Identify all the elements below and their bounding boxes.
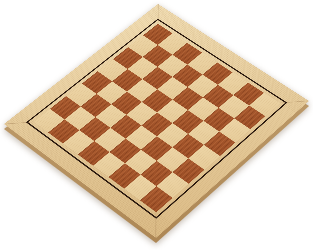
board-with-shadow — [0, 0, 313, 250]
board-photo — [0, 0, 313, 250]
